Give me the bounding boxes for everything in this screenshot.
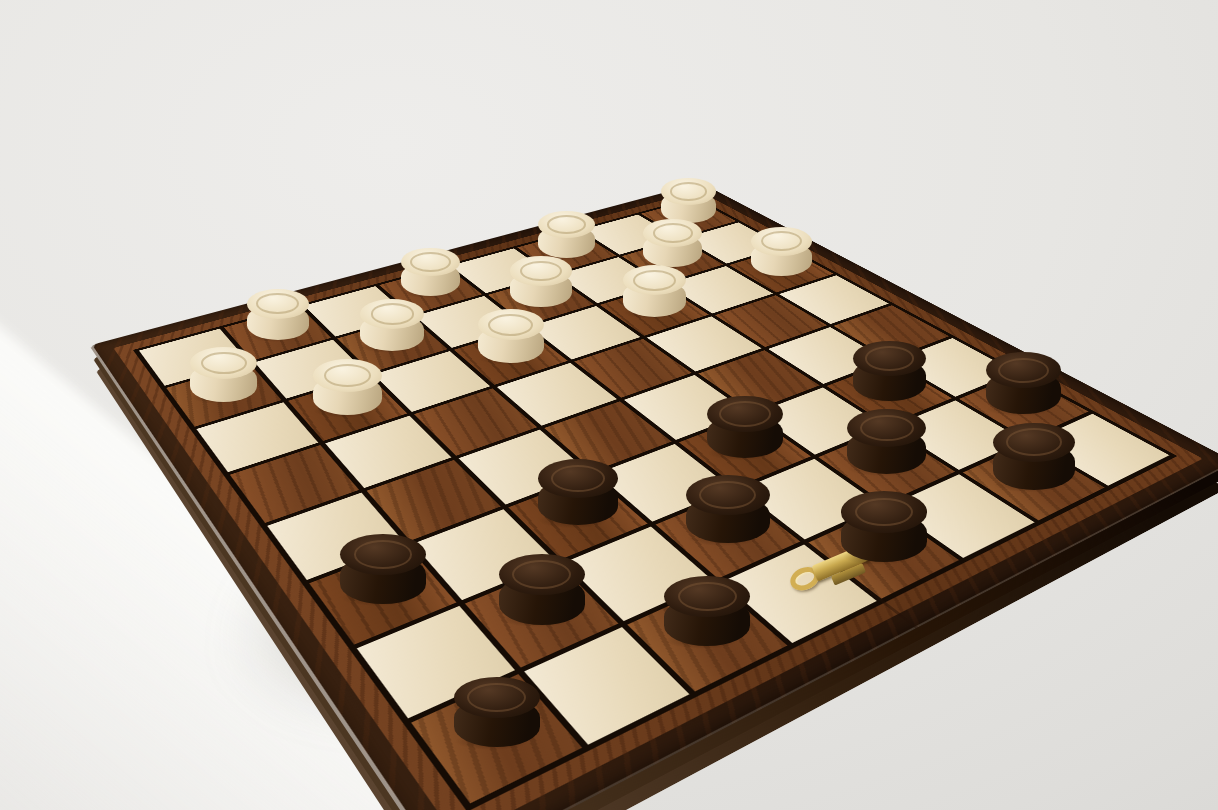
- piece-top: [664, 576, 750, 617]
- piece-top: [454, 677, 540, 718]
- piece-top: [247, 289, 309, 319]
- piece-top: [993, 423, 1075, 462]
- piece-top: [190, 347, 257, 379]
- white-checker[interactable]: [313, 359, 382, 416]
- dark-checker[interactable]: [853, 341, 926, 401]
- piece-top: [751, 227, 811, 256]
- photo-stage: [0, 0, 1218, 810]
- piece-top: [478, 309, 544, 341]
- white-checker[interactable]: [661, 178, 716, 223]
- piece-top: [313, 359, 382, 392]
- white-checker[interactable]: [623, 265, 686, 317]
- piece-top: [340, 534, 425, 575]
- dark-checker[interactable]: [686, 475, 770, 544]
- piece-top: [499, 554, 585, 595]
- piece-top: [643, 219, 702, 247]
- piece-top: [661, 178, 716, 204]
- dark-checker[interactable]: [538, 459, 619, 525]
- dark-checker[interactable]: [847, 409, 926, 474]
- piece-top: [510, 256, 571, 285]
- white-checker[interactable]: [538, 211, 595, 258]
- white-checker[interactable]: [401, 248, 461, 297]
- piece-top: [401, 248, 461, 277]
- dark-checker[interactable]: [986, 352, 1061, 414]
- dark-checker[interactable]: [841, 491, 927, 562]
- dark-checker[interactable]: [340, 534, 425, 604]
- dark-checker[interactable]: [454, 677, 540, 748]
- white-checker[interactable]: [478, 309, 544, 363]
- dark-checker[interactable]: [499, 554, 585, 625]
- white-checker[interactable]: [190, 347, 257, 402]
- piece-top: [686, 475, 770, 515]
- piece-top: [707, 396, 783, 433]
- white-checker[interactable]: [360, 299, 424, 351]
- piece-top: [847, 409, 926, 447]
- white-checker[interactable]: [643, 219, 702, 267]
- piece-top: [853, 341, 926, 376]
- dark-checker[interactable]: [664, 576, 750, 647]
- white-checker[interactable]: [247, 289, 309, 340]
- white-checker[interactable]: [751, 227, 811, 277]
- piece-top: [841, 491, 927, 532]
- white-checker[interactable]: [510, 256, 571, 306]
- dark-checker[interactable]: [707, 396, 783, 459]
- piece-top: [538, 459, 619, 498]
- dark-checker[interactable]: [993, 423, 1075, 490]
